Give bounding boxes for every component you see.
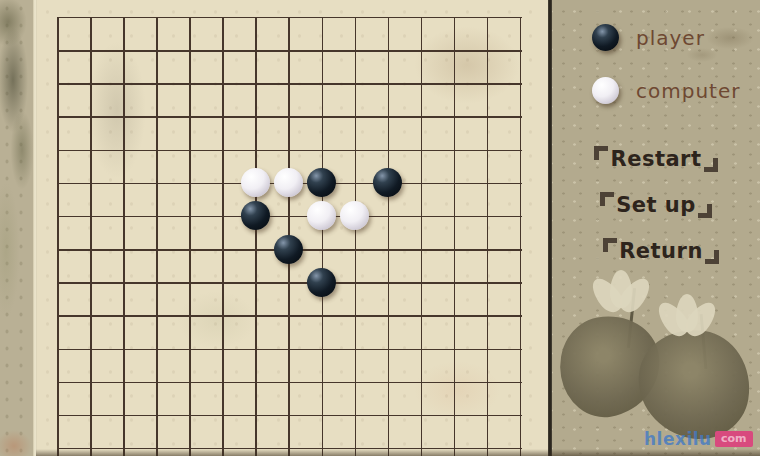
- corner-bracket-icon: [704, 158, 718, 172]
- corner-bracket-icon: [705, 250, 719, 264]
- board-grid[interactable]: [41, 1, 537, 456]
- legend-player: player: [592, 24, 705, 51]
- sidebar: player computer Restart Set up Return: [552, 0, 760, 456]
- legend-computer: computer: [592, 77, 740, 104]
- watermark-badge: com: [715, 431, 753, 447]
- white-stone: [307, 201, 336, 230]
- black-stone: [307, 168, 336, 197]
- aged-paper-left-edge: [0, 0, 33, 456]
- menu: Restart Set up Return: [552, 146, 760, 264]
- white-stone: [274, 168, 303, 197]
- white-stone: [340, 201, 369, 230]
- black-stone: [307, 268, 336, 297]
- corner-bracket-icon: [603, 238, 617, 252]
- corner-bracket-icon: [600, 192, 614, 206]
- black-stone: [241, 201, 270, 230]
- white-stone-icon: [592, 77, 619, 104]
- black-stone: [373, 168, 402, 197]
- site-watermark: hlexilu com: [644, 429, 753, 449]
- white-stone: [241, 168, 270, 197]
- black-stone: [274, 235, 303, 264]
- lotus-painting: [552, 268, 760, 456]
- board: [37, 0, 548, 456]
- gomoku-game-window: player computer Restart Set up Return: [0, 0, 760, 456]
- bottom-edge-shadow: [36, 449, 760, 456]
- corner-bracket-icon: [698, 204, 712, 218]
- corner-bracket-icon: [594, 146, 608, 160]
- player-label: player: [636, 26, 705, 50]
- watermark-text: hlexilu: [644, 429, 712, 449]
- computer-label: computer: [636, 79, 740, 103]
- return-button[interactable]: Return: [619, 238, 703, 264]
- set-up-button[interactable]: Set up: [616, 192, 696, 218]
- restart-button[interactable]: Restart: [610, 146, 701, 172]
- black-stone-icon: [592, 24, 619, 51]
